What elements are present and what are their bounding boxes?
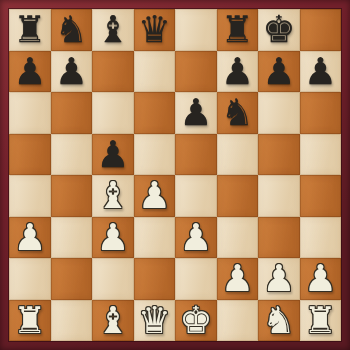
square-b6[interactable] <box>51 92 93 134</box>
square-d1[interactable]: ♛ <box>134 300 176 342</box>
square-a8[interactable]: ♜ <box>9 9 51 51</box>
square-d7[interactable] <box>134 51 176 93</box>
square-a5[interactable] <box>9 134 51 176</box>
black-pawn-e6[interactable]: ♟ <box>179 94 212 131</box>
square-b5[interactable] <box>51 134 93 176</box>
square-a1[interactable]: ♜ <box>9 300 51 342</box>
black-rook-f8[interactable]: ♜ <box>221 11 254 48</box>
white-pawn-a3[interactable]: ♟ <box>13 219 46 256</box>
square-a7[interactable]: ♟ <box>9 51 51 93</box>
square-d6[interactable] <box>134 92 176 134</box>
square-g3[interactable] <box>258 217 300 259</box>
square-g1[interactable]: ♞ <box>258 300 300 342</box>
white-knight-g1[interactable]: ♞ <box>262 302 295 339</box>
square-c2[interactable] <box>92 258 134 300</box>
square-c4[interactable]: ♝ <box>92 175 134 217</box>
square-g4[interactable] <box>258 175 300 217</box>
white-bishop-c1[interactable]: ♝ <box>96 302 129 339</box>
chess-board: ♜♞♝♛♜♚♟♟♟♟♟♟♞♟♝♟♟♟♟♟♟♟♜♝♛♚♞♜ <box>9 9 341 341</box>
black-pawn-g7[interactable]: ♟ <box>262 53 295 90</box>
square-c6[interactable] <box>92 92 134 134</box>
black-queen-d8[interactable]: ♛ <box>138 11 171 48</box>
square-e1[interactable]: ♚ <box>175 300 217 342</box>
square-e3[interactable]: ♟ <box>175 217 217 259</box>
square-f7[interactable]: ♟ <box>217 51 259 93</box>
white-pawn-e3[interactable]: ♟ <box>179 219 212 256</box>
square-b2[interactable] <box>51 258 93 300</box>
black-knight-b8[interactable]: ♞ <box>55 11 88 48</box>
black-knight-f6[interactable]: ♞ <box>221 94 254 131</box>
square-h7[interactable]: ♟ <box>300 51 342 93</box>
square-g2[interactable]: ♟ <box>258 258 300 300</box>
square-b3[interactable] <box>51 217 93 259</box>
square-d4[interactable]: ♟ <box>134 175 176 217</box>
square-g7[interactable]: ♟ <box>258 51 300 93</box>
square-e8[interactable] <box>175 9 217 51</box>
square-e6[interactable]: ♟ <box>175 92 217 134</box>
square-h3[interactable] <box>300 217 342 259</box>
black-rook-a8[interactable]: ♜ <box>13 11 46 48</box>
square-f8[interactable]: ♜ <box>217 9 259 51</box>
white-pawn-h2[interactable]: ♟ <box>304 260 337 297</box>
square-b8[interactable]: ♞ <box>51 9 93 51</box>
square-f1[interactable] <box>217 300 259 342</box>
white-pawn-d4[interactable]: ♟ <box>138 177 171 214</box>
square-h1[interactable]: ♜ <box>300 300 342 342</box>
black-pawn-h7[interactable]: ♟ <box>304 53 337 90</box>
square-f4[interactable] <box>217 175 259 217</box>
square-h6[interactable] <box>300 92 342 134</box>
square-g5[interactable] <box>258 134 300 176</box>
square-h8[interactable] <box>300 9 342 51</box>
square-h2[interactable]: ♟ <box>300 258 342 300</box>
square-f6[interactable]: ♞ <box>217 92 259 134</box>
square-c3[interactable]: ♟ <box>92 217 134 259</box>
square-c5[interactable]: ♟ <box>92 134 134 176</box>
white-king-e1[interactable]: ♚ <box>179 302 212 339</box>
white-rook-a1[interactable]: ♜ <box>13 302 46 339</box>
square-d3[interactable] <box>134 217 176 259</box>
black-bishop-c8[interactable]: ♝ <box>96 11 129 48</box>
square-b4[interactable] <box>51 175 93 217</box>
square-a2[interactable] <box>9 258 51 300</box>
square-f5[interactable] <box>217 134 259 176</box>
white-pawn-c3[interactable]: ♟ <box>96 219 129 256</box>
square-c8[interactable]: ♝ <box>92 9 134 51</box>
square-g6[interactable] <box>258 92 300 134</box>
square-b7[interactable]: ♟ <box>51 51 93 93</box>
square-h5[interactable] <box>300 134 342 176</box>
square-a4[interactable] <box>9 175 51 217</box>
black-pawn-b7[interactable]: ♟ <box>55 53 88 90</box>
square-e7[interactable] <box>175 51 217 93</box>
black-pawn-c5[interactable]: ♟ <box>96 136 129 173</box>
square-f3[interactable] <box>217 217 259 259</box>
square-e2[interactable] <box>175 258 217 300</box>
black-pawn-a7[interactable]: ♟ <box>13 53 46 90</box>
white-queen-d1[interactable]: ♛ <box>138 302 171 339</box>
square-f2[interactable]: ♟ <box>217 258 259 300</box>
square-d5[interactable] <box>134 134 176 176</box>
square-d8[interactable]: ♛ <box>134 9 176 51</box>
square-b1[interactable] <box>51 300 93 342</box>
chess-board-frame: ♜♞♝♛♜♚♟♟♟♟♟♟♞♟♝♟♟♟♟♟♟♟♜♝♛♚♞♜ <box>0 0 350 350</box>
square-e4[interactable] <box>175 175 217 217</box>
white-bishop-c4[interactable]: ♝ <box>96 177 129 214</box>
square-c1[interactable]: ♝ <box>92 300 134 342</box>
square-c7[interactable] <box>92 51 134 93</box>
black-pawn-f7[interactable]: ♟ <box>221 53 254 90</box>
white-rook-h1[interactable]: ♜ <box>304 302 337 339</box>
black-king-g8[interactable]: ♚ <box>262 11 295 48</box>
white-pawn-g2[interactable]: ♟ <box>262 260 295 297</box>
white-pawn-f2[interactable]: ♟ <box>221 260 254 297</box>
square-e5[interactable] <box>175 134 217 176</box>
square-d2[interactable] <box>134 258 176 300</box>
square-g8[interactable]: ♚ <box>258 9 300 51</box>
square-a6[interactable] <box>9 92 51 134</box>
square-h4[interactable] <box>300 175 342 217</box>
square-a3[interactable]: ♟ <box>9 217 51 259</box>
